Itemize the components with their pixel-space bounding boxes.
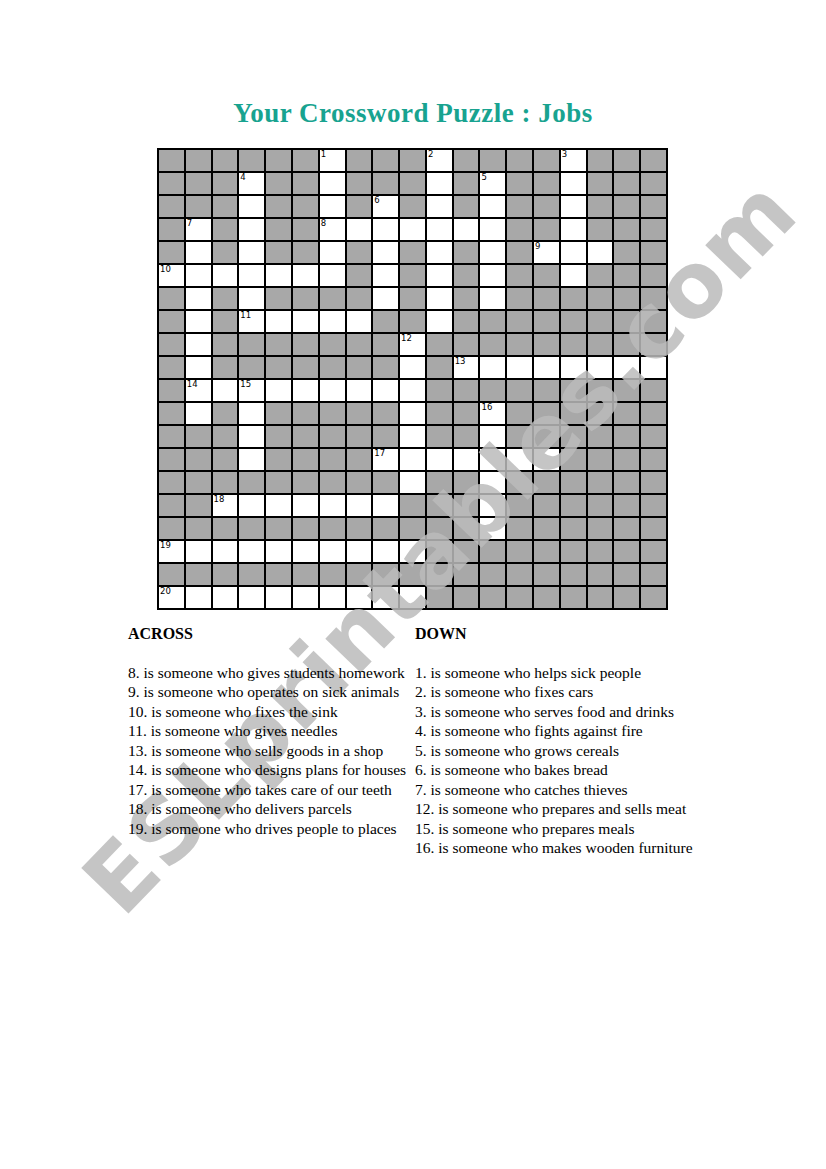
block-cell [561, 518, 586, 539]
grid-cell[interactable] [480, 288, 505, 309]
page-title: Your Crossword Puzzle : Jobs [0, 98, 826, 129]
clue-number: 18 [214, 495, 225, 504]
block-cell [588, 173, 613, 194]
clue-number: 15 [240, 380, 251, 389]
clue-item: 6. is someone who bakes bread [415, 760, 715, 780]
grid-cell[interactable] [320, 587, 345, 608]
block-cell [454, 311, 479, 332]
block-cell [159, 449, 184, 470]
block-cell [507, 334, 532, 355]
block-cell [480, 564, 505, 585]
block-cell [641, 265, 666, 286]
grid-cell[interactable] [239, 242, 264, 263]
clue-number: 16 [481, 403, 492, 412]
grid-cell[interactable] [293, 311, 318, 332]
grid-cell[interactable] [347, 495, 372, 516]
grid-cell[interactable] [427, 288, 452, 309]
grid-cell[interactable] [561, 357, 586, 378]
grid-cell[interactable]: 5 [480, 173, 505, 194]
grid-cell[interactable] [239, 541, 264, 562]
block-cell [347, 518, 372, 539]
grid-cell[interactable] [427, 265, 452, 286]
block-cell [614, 219, 639, 240]
grid-cell[interactable] [400, 357, 425, 378]
block-cell [186, 196, 211, 217]
block-cell [186, 173, 211, 194]
grid-cell[interactable] [213, 541, 238, 562]
grid-cell[interactable] [534, 357, 559, 378]
grid-cell[interactable] [239, 265, 264, 286]
block-cell [614, 472, 639, 493]
grid-cell[interactable]: 7 [186, 219, 211, 240]
block-cell [614, 150, 639, 171]
block-cell [561, 380, 586, 401]
block-cell [159, 219, 184, 240]
grid-cell[interactable]: 15 [239, 380, 264, 401]
grid-cell[interactable] [266, 380, 291, 401]
clue-number: 20 [160, 587, 171, 596]
grid-cell[interactable]: 16 [480, 403, 505, 424]
clue-number: 1 [321, 150, 326, 159]
block-cell [347, 449, 372, 470]
block-cell [534, 288, 559, 309]
grid-cell[interactable] [239, 219, 264, 240]
block-cell [561, 449, 586, 470]
grid-cell[interactable] [347, 541, 372, 562]
grid-cell[interactable] [320, 380, 345, 401]
block-cell [293, 518, 318, 539]
grid-cell[interactable]: 14 [186, 380, 211, 401]
block-cell [400, 242, 425, 263]
grid-cell[interactable] [561, 219, 586, 240]
grid-cell[interactable] [266, 311, 291, 332]
grid-cell[interactable] [480, 518, 505, 539]
block-cell [454, 426, 479, 447]
grid-cell[interactable]: 17 [373, 449, 398, 470]
grid-cell[interactable]: 1 [320, 150, 345, 171]
grid-cell[interactable] [266, 541, 291, 562]
grid-cell[interactable] [293, 495, 318, 516]
grid-cell[interactable]: 2 [427, 150, 452, 171]
block-cell [507, 587, 532, 608]
block-cell [588, 380, 613, 401]
grid-cell[interactable] [373, 541, 398, 562]
clue-number: 10 [160, 265, 171, 274]
block-cell [347, 334, 372, 355]
clue-item: 13. is someone who sells goods in a shop [128, 741, 414, 761]
block-cell [454, 587, 479, 608]
block-cell [266, 426, 291, 447]
grid-cell[interactable] [588, 357, 613, 378]
block-cell [427, 357, 452, 378]
block-cell [373, 173, 398, 194]
block-cell [614, 173, 639, 194]
grid-cell[interactable] [186, 357, 211, 378]
block-cell [588, 334, 613, 355]
block-cell [320, 426, 345, 447]
block-cell [454, 541, 479, 562]
grid-cell[interactable]: 10 [159, 265, 184, 286]
block-cell [534, 265, 559, 286]
block-cell [454, 380, 479, 401]
block-cell [400, 518, 425, 539]
grid-cell[interactable] [186, 242, 211, 263]
grid-cell[interactable] [561, 265, 586, 286]
grid-cell[interactable] [239, 288, 264, 309]
grid-cell[interactable] [266, 495, 291, 516]
clue-number: 11 [240, 311, 251, 320]
grid-cell[interactable] [534, 449, 559, 470]
block-cell [561, 587, 586, 608]
grid-cell[interactable] [400, 449, 425, 470]
grid-cell[interactable] [480, 265, 505, 286]
block-cell [373, 426, 398, 447]
grid-cell[interactable]: 19 [159, 541, 184, 562]
block-cell [534, 196, 559, 217]
grid-cell[interactable] [293, 587, 318, 608]
grid-cell[interactable] [186, 587, 211, 608]
block-cell [266, 403, 291, 424]
block-cell [641, 587, 666, 608]
clue-item: 5. is someone who grows cereals [415, 741, 715, 761]
grid-cell[interactable] [186, 265, 211, 286]
block-cell [588, 564, 613, 585]
grid-cell[interactable] [427, 311, 452, 332]
block-cell [641, 311, 666, 332]
grid-cell[interactable] [480, 426, 505, 447]
block-cell [454, 173, 479, 194]
block-cell [614, 426, 639, 447]
block-cell [213, 288, 238, 309]
block-cell [614, 242, 639, 263]
block-cell [454, 334, 479, 355]
block-cell [534, 472, 559, 493]
clue-item: 12. is someone who prepares and sells me… [415, 799, 715, 819]
block-cell [534, 403, 559, 424]
grid-cell[interactable]: 6 [373, 196, 398, 217]
block-cell [641, 380, 666, 401]
grid-cell[interactable] [186, 403, 211, 424]
block-cell [320, 357, 345, 378]
block-cell [213, 311, 238, 332]
grid-cell[interactable] [373, 219, 398, 240]
grid-cell[interactable] [239, 426, 264, 447]
grid-cell[interactable] [186, 311, 211, 332]
block-cell [427, 426, 452, 447]
grid-cell[interactable] [186, 288, 211, 309]
block-cell [266, 334, 291, 355]
block-cell [561, 311, 586, 332]
block-cell [293, 219, 318, 240]
block-cell [454, 242, 479, 263]
block-cell [159, 357, 184, 378]
block-cell [614, 449, 639, 470]
block-cell [641, 403, 666, 424]
block-cell [561, 495, 586, 516]
block-cell [641, 472, 666, 493]
block-cell [293, 334, 318, 355]
clue-item: 11. is someone who gives needles [128, 721, 414, 741]
block-cell [266, 564, 291, 585]
grid-cell[interactable]: 11 [239, 311, 264, 332]
block-cell [480, 150, 505, 171]
block-cell [159, 426, 184, 447]
grid-cell[interactable] [454, 449, 479, 470]
block-cell [561, 541, 586, 562]
grid-cell[interactable] [480, 357, 505, 378]
block-cell [427, 518, 452, 539]
block-cell [266, 472, 291, 493]
block-cell [347, 357, 372, 378]
block-cell [213, 472, 238, 493]
grid-cell[interactable] [400, 403, 425, 424]
grid-cell[interactable] [239, 196, 264, 217]
grid-cell[interactable] [293, 541, 318, 562]
block-cell [320, 288, 345, 309]
block-cell [534, 518, 559, 539]
block-cell [507, 150, 532, 171]
clue-number: 14 [187, 380, 198, 389]
grid-cell[interactable]: 8 [320, 219, 345, 240]
grid-cell[interactable] [320, 265, 345, 286]
grid-cell[interactable] [347, 311, 372, 332]
block-cell [454, 403, 479, 424]
block-cell [159, 380, 184, 401]
block-cell [213, 196, 238, 217]
block-cell [454, 150, 479, 171]
block-cell [373, 403, 398, 424]
block-cell [266, 173, 291, 194]
grid-cell[interactable] [427, 449, 452, 470]
block-cell [213, 357, 238, 378]
grid-cell[interactable] [213, 587, 238, 608]
block-cell [588, 288, 613, 309]
block-cell [507, 196, 532, 217]
grid-cell[interactable] [373, 265, 398, 286]
grid-cell[interactable] [400, 472, 425, 493]
block-cell [534, 564, 559, 585]
block-cell [347, 472, 372, 493]
grid-cell[interactable] [213, 265, 238, 286]
grid-cell[interactable] [239, 495, 264, 516]
block-cell [507, 564, 532, 585]
grid-cell[interactable] [480, 196, 505, 217]
clue-number: 6 [374, 196, 379, 205]
block-cell [320, 449, 345, 470]
block-cell [480, 541, 505, 562]
grid-cell[interactable]: 12 [400, 334, 425, 355]
grid-cell[interactable] [480, 472, 505, 493]
block-cell [614, 403, 639, 424]
grid-cell[interactable] [293, 380, 318, 401]
grid-cell[interactable] [320, 196, 345, 217]
block-cell [454, 265, 479, 286]
block-cell [213, 564, 238, 585]
block-cell [373, 518, 398, 539]
grid-cell[interactable]: 20 [159, 587, 184, 608]
grid-cell[interactable]: 3 [561, 150, 586, 171]
grid-cell[interactable] [320, 541, 345, 562]
block-cell [400, 265, 425, 286]
block-cell [159, 288, 184, 309]
block-cell [641, 196, 666, 217]
block-cell [293, 449, 318, 470]
block-cell [588, 449, 613, 470]
grid-cell[interactable] [561, 173, 586, 194]
block-cell [614, 518, 639, 539]
grid-cell[interactable] [347, 219, 372, 240]
grid-cell[interactable] [186, 334, 211, 355]
block-cell [213, 449, 238, 470]
block-cell [641, 518, 666, 539]
block-cell [373, 334, 398, 355]
block-cell [641, 173, 666, 194]
grid-cell[interactable] [266, 265, 291, 286]
block-cell [641, 541, 666, 562]
grid-cell[interactable] [266, 587, 291, 608]
block-cell [561, 334, 586, 355]
block-cell [266, 357, 291, 378]
block-cell [373, 150, 398, 171]
block-cell [641, 219, 666, 240]
block-cell [507, 219, 532, 240]
block-cell [159, 311, 184, 332]
block-cell [239, 150, 264, 171]
grid-cell[interactable] [320, 242, 345, 263]
grid-cell[interactable]: 13 [454, 357, 479, 378]
grid-cell[interactable] [400, 380, 425, 401]
block-cell [347, 150, 372, 171]
grid-cell[interactable] [614, 357, 639, 378]
grid-cell[interactable] [373, 380, 398, 401]
block-cell [159, 196, 184, 217]
block-cell [266, 219, 291, 240]
block-cell [614, 564, 639, 585]
clue-item: 3. is someone who serves food and drinks [415, 702, 715, 722]
clue-number: 3 [562, 150, 567, 159]
grid-cell[interactable]: 18 [213, 495, 238, 516]
grid-cell[interactable] [239, 403, 264, 424]
grid-cell[interactable] [427, 173, 452, 194]
grid-cell[interactable]: 9 [534, 242, 559, 263]
block-cell [507, 311, 532, 332]
block-cell [293, 242, 318, 263]
block-cell [239, 518, 264, 539]
block-cell [507, 173, 532, 194]
grid-cell[interactable] [186, 541, 211, 562]
grid-cell[interactable] [320, 173, 345, 194]
grid-cell[interactable] [320, 495, 345, 516]
crossword-grid: 1234567891011121314151617181920 [157, 148, 668, 610]
grid-cell[interactable] [480, 219, 505, 240]
across-list: 8. is someone who gives students homewor… [128, 663, 414, 839]
clue-number: 4 [240, 173, 245, 182]
clue-number: 9 [535, 242, 540, 251]
grid-cell[interactable] [480, 495, 505, 516]
grid-cell[interactable] [507, 449, 532, 470]
grid-cell[interactable] [239, 449, 264, 470]
block-cell [159, 242, 184, 263]
block-cell [186, 449, 211, 470]
grid-cell[interactable] [427, 219, 452, 240]
grid-cell[interactable] [454, 219, 479, 240]
block-cell [213, 150, 238, 171]
block-cell [347, 265, 372, 286]
clue-number: 2 [428, 150, 433, 159]
block-cell [561, 403, 586, 424]
down-clues: DOWN 1. is someone who helps sick people… [415, 624, 715, 858]
block-cell [293, 173, 318, 194]
grid-cell[interactable] [507, 357, 532, 378]
grid-cell[interactable] [641, 357, 666, 378]
block-cell [561, 426, 586, 447]
block-cell [507, 380, 532, 401]
grid-cell[interactable] [239, 587, 264, 608]
clue-item: 10. is someone who fixes the sink [128, 702, 414, 722]
grid-cell[interactable] [400, 541, 425, 562]
grid-cell[interactable] [400, 587, 425, 608]
down-header: DOWN [415, 624, 715, 644]
block-cell [347, 242, 372, 263]
block-cell [159, 150, 184, 171]
block-cell [588, 265, 613, 286]
grid-cell[interactable] [373, 242, 398, 263]
grid-cell[interactable] [480, 449, 505, 470]
block-cell [400, 564, 425, 585]
grid-cell[interactable] [347, 380, 372, 401]
grid-cell[interactable] [293, 265, 318, 286]
grid-cell[interactable] [588, 242, 613, 263]
grid-cell[interactable] [373, 288, 398, 309]
block-cell [534, 311, 559, 332]
block-cell [266, 242, 291, 263]
grid-cell[interactable]: 4 [239, 173, 264, 194]
grid-cell[interactable] [320, 311, 345, 332]
grid-cell[interactable] [561, 242, 586, 263]
clue-number: 5 [481, 173, 486, 182]
block-cell [213, 426, 238, 447]
grid-cell[interactable] [373, 587, 398, 608]
grid-cell[interactable] [400, 426, 425, 447]
grid-cell[interactable] [427, 196, 452, 217]
block-cell [400, 288, 425, 309]
block-cell [159, 334, 184, 355]
block-cell [534, 426, 559, 447]
block-cell [454, 495, 479, 516]
block-cell [588, 587, 613, 608]
block-cell [186, 426, 211, 447]
block-cell [400, 150, 425, 171]
grid-cell[interactable] [480, 242, 505, 263]
block-cell [507, 403, 532, 424]
block-cell [239, 334, 264, 355]
block-cell [400, 311, 425, 332]
block-cell [159, 173, 184, 194]
block-cell [427, 334, 452, 355]
grid-cell[interactable] [400, 219, 425, 240]
grid-cell[interactable] [373, 495, 398, 516]
block-cell [427, 403, 452, 424]
block-cell [507, 242, 532, 263]
block-cell [614, 265, 639, 286]
clue-number: 8 [321, 219, 326, 228]
block-cell [213, 173, 238, 194]
grid-cell[interactable] [347, 587, 372, 608]
grid-cell[interactable] [427, 242, 452, 263]
block-cell [614, 288, 639, 309]
grid-cell[interactable] [213, 380, 238, 401]
grid-cell[interactable] [561, 196, 586, 217]
